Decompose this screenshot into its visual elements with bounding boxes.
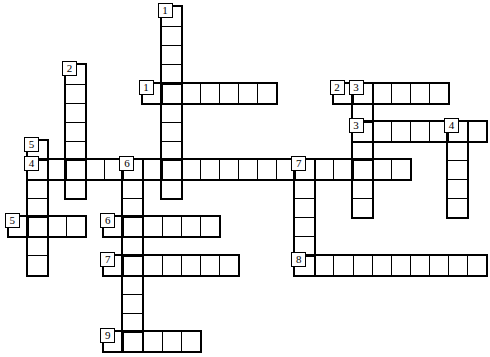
cell-r4-c8[interactable] — [162, 84, 181, 103]
clue-number-9-across: 9 — [100, 328, 115, 343]
cell-r9-c15[interactable] — [295, 179, 314, 198]
cell-r17-c7[interactable] — [142, 332, 161, 351]
crossword-board: 1234567891234567 — [0, 0, 490, 357]
cell-r17-c6[interactable] — [123, 332, 142, 351]
word-8-across — [293, 254, 488, 277]
cell-r9-c18[interactable] — [353, 179, 372, 198]
cell-r13-c24[interactable] — [467, 256, 486, 275]
cell-r14-c6[interactable] — [123, 275, 142, 294]
cell-r8-c11[interactable] — [219, 160, 238, 179]
cell-r11-c7[interactable] — [142, 217, 161, 236]
clue-number-6-down: 6 — [119, 156, 134, 171]
cell-r13-c1[interactable] — [28, 255, 47, 274]
cell-r13-c11[interactable] — [219, 256, 238, 275]
clue-number-4-across: 4 — [24, 156, 39, 171]
cell-r6-c3[interactable] — [66, 122, 85, 141]
cell-r8-c12[interactable] — [238, 160, 257, 179]
cell-r9-c3[interactable] — [66, 179, 85, 198]
cell-r13-c6[interactable] — [123, 256, 142, 275]
cell-r10-c23[interactable] — [448, 198, 467, 217]
cell-r7-c3[interactable] — [66, 141, 85, 160]
cell-r11-c9[interactable] — [181, 217, 200, 236]
cell-r10-c15[interactable] — [295, 198, 314, 217]
cell-r7-c8[interactable] — [162, 141, 181, 160]
cell-r8-c18[interactable] — [353, 160, 372, 179]
clue-number-1-across: 1 — [139, 80, 154, 95]
cell-r10-c18[interactable] — [353, 198, 372, 217]
cell-r8-c10[interactable] — [200, 160, 219, 179]
cell-r11-c2[interactable] — [47, 217, 66, 236]
cell-r11-c1[interactable] — [28, 217, 47, 236]
cell-r4-c13[interactable] — [257, 84, 276, 103]
cell-r13-c16[interactable] — [314, 256, 333, 275]
cell-r8-c13[interactable] — [257, 160, 276, 179]
cell-r4-c10[interactable] — [200, 84, 219, 103]
clue-number-5-down: 5 — [24, 137, 39, 152]
cell-r13-c9[interactable] — [181, 256, 200, 275]
cell-r6-c19[interactable] — [372, 122, 391, 141]
word-9-across — [102, 330, 202, 353]
cell-r3-c8[interactable] — [162, 64, 181, 83]
clue-number-5-across: 5 — [5, 213, 20, 228]
cell-r13-c8[interactable] — [162, 256, 181, 275]
cell-r5-c3[interactable] — [66, 103, 85, 122]
cell-r4-c22[interactable] — [429, 84, 448, 103]
cell-r11-c6[interactable] — [123, 217, 142, 236]
cell-r15-c6[interactable] — [123, 294, 142, 313]
cell-r4-c11[interactable] — [219, 84, 238, 103]
cell-r2-c8[interactable] — [162, 45, 181, 64]
cell-r8-c9[interactable] — [181, 160, 200, 179]
cell-r13-c7[interactable] — [142, 256, 161, 275]
cell-r4-c21[interactable] — [410, 84, 429, 103]
cell-r13-c23[interactable] — [448, 256, 467, 275]
cell-r7-c23[interactable] — [448, 141, 467, 160]
cell-r6-c8[interactable] — [162, 122, 181, 141]
cell-r6-c24[interactable] — [467, 122, 486, 141]
cell-r9-c1[interactable] — [28, 179, 47, 198]
cell-r4-c20[interactable] — [391, 84, 410, 103]
cell-r11-c15[interactable] — [295, 217, 314, 236]
cell-r4-c9[interactable] — [181, 84, 200, 103]
cell-r9-c8[interactable] — [162, 179, 181, 198]
cell-r8-c8[interactable] — [162, 160, 181, 179]
cell-r10-c1[interactable] — [28, 198, 47, 217]
cell-r8-c16[interactable] — [314, 160, 333, 179]
cell-r13-c17[interactable] — [333, 256, 352, 275]
cell-r4-c3[interactable] — [66, 84, 85, 103]
clue-number-7-down: 7 — [291, 156, 306, 171]
cell-r8-c3[interactable] — [66, 160, 85, 179]
clue-number-1-down: 1 — [158, 3, 173, 18]
cell-r8-c19[interactable] — [372, 160, 391, 179]
cell-r13-c18[interactable] — [353, 256, 372, 275]
cell-r1-c8[interactable] — [162, 26, 181, 45]
clue-number-8-across: 8 — [291, 252, 306, 267]
word-6-down — [121, 158, 144, 353]
cell-r16-c6[interactable] — [123, 313, 142, 332]
word-2-down — [64, 63, 87, 201]
cell-r6-c20[interactable] — [391, 122, 410, 141]
cell-r13-c22[interactable] — [429, 256, 448, 275]
clue-number-3-down: 3 — [349, 80, 364, 95]
cell-r8-c20[interactable] — [391, 160, 410, 179]
clue-number-4-down: 4 — [444, 118, 459, 133]
cell-r17-c8[interactable] — [162, 332, 181, 351]
cell-r11-c3[interactable] — [66, 217, 85, 236]
cell-r12-c1[interactable] — [28, 236, 47, 255]
cell-r8-c4[interactable] — [85, 160, 104, 179]
cell-r17-c9[interactable] — [181, 332, 200, 351]
cell-r9-c23[interactable] — [448, 179, 467, 198]
cell-r13-c20[interactable] — [391, 256, 410, 275]
cell-r12-c6[interactable] — [123, 236, 142, 255]
clue-number-2-across: 2 — [330, 80, 345, 95]
cell-r6-c21[interactable] — [410, 122, 429, 141]
cell-r4-c12[interactable] — [238, 84, 257, 103]
clue-number-6-across: 6 — [100, 213, 115, 228]
cell-r10-c6[interactable] — [123, 198, 142, 217]
word-1-down — [160, 5, 183, 200]
cell-r8-c23[interactable] — [448, 160, 467, 179]
clue-number-3-across: 3 — [349, 118, 364, 133]
cell-r13-c21[interactable] — [410, 256, 429, 275]
cell-r9-c6[interactable] — [123, 179, 142, 198]
clue-number-2-down: 2 — [62, 61, 77, 76]
word-3-down — [351, 82, 374, 220]
word-4-down — [446, 120, 469, 220]
cell-r11-c8[interactable] — [162, 217, 181, 236]
cell-r5-c8[interactable] — [162, 103, 181, 122]
clue-number-7-across: 7 — [100, 252, 115, 267]
cell-r13-c19[interactable] — [372, 256, 391, 275]
word-6-across — [102, 215, 221, 238]
cell-r13-c10[interactable] — [200, 256, 219, 275]
cell-r7-c18[interactable] — [353, 141, 372, 160]
cell-r11-c10[interactable] — [200, 217, 219, 236]
cell-r4-c19[interactable] — [372, 84, 391, 103]
